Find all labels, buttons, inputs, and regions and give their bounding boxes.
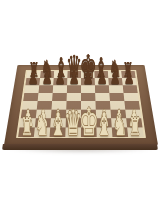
square-h3 xyxy=(125,110,141,119)
square-h5 xyxy=(124,93,139,101)
square-c1 xyxy=(50,127,66,137)
square-f7 xyxy=(95,78,109,85)
board-squares xyxy=(18,71,144,137)
square-f8 xyxy=(94,71,108,78)
square-c4 xyxy=(51,101,66,109)
board-front-edge xyxy=(2,144,158,150)
product-photo-scene: ♜♞♝♛♚♝♞♜♟♟♟♟♟♟♟♟♟♟♟♟♟♟♟♟♜♞♝♛♚♝♞♜ xyxy=(0,0,164,200)
square-d8 xyxy=(67,71,81,78)
square-b6 xyxy=(38,85,53,93)
square-h2 xyxy=(126,118,142,127)
square-h7 xyxy=(122,78,137,85)
square-f5 xyxy=(95,93,110,101)
square-f3 xyxy=(96,110,111,119)
square-c8 xyxy=(54,71,68,78)
square-c5 xyxy=(52,93,67,101)
square-c6 xyxy=(53,85,67,93)
square-e5 xyxy=(81,93,95,101)
square-d4 xyxy=(66,101,81,109)
square-e3 xyxy=(81,110,96,119)
square-e2 xyxy=(81,118,96,127)
square-f1 xyxy=(96,127,112,137)
square-g4 xyxy=(110,101,125,109)
square-g2 xyxy=(111,118,127,127)
square-b4 xyxy=(37,101,52,109)
square-a5 xyxy=(23,93,38,101)
square-b5 xyxy=(38,93,53,101)
square-h6 xyxy=(123,85,138,93)
square-a4 xyxy=(22,101,38,109)
square-f6 xyxy=(95,85,109,93)
chess-board xyxy=(4,65,158,145)
square-e8 xyxy=(81,71,95,78)
square-f4 xyxy=(95,101,110,109)
square-b3 xyxy=(36,110,52,119)
square-b2 xyxy=(35,118,51,127)
square-a1 xyxy=(18,127,35,137)
square-g3 xyxy=(111,110,127,119)
square-d5 xyxy=(67,93,81,101)
square-a2 xyxy=(19,118,35,127)
square-g6 xyxy=(109,85,124,93)
square-g8 xyxy=(108,71,122,78)
square-h8 xyxy=(121,71,135,78)
square-h4 xyxy=(124,101,140,109)
square-a3 xyxy=(21,110,37,119)
square-d7 xyxy=(67,78,81,85)
square-d3 xyxy=(66,110,81,119)
square-a6 xyxy=(24,85,39,93)
square-d1 xyxy=(65,127,81,137)
square-b1 xyxy=(34,127,50,137)
square-c3 xyxy=(51,110,66,119)
square-d6 xyxy=(67,85,81,93)
square-a7 xyxy=(25,78,40,85)
square-b7 xyxy=(39,78,53,85)
square-d2 xyxy=(66,118,81,127)
square-c2 xyxy=(50,118,66,127)
square-e6 xyxy=(81,85,95,93)
square-g1 xyxy=(112,127,128,137)
square-a8 xyxy=(26,71,40,78)
square-g5 xyxy=(109,93,124,101)
square-b8 xyxy=(40,71,54,78)
square-e1 xyxy=(81,127,97,137)
square-f2 xyxy=(96,118,112,127)
square-e4 xyxy=(81,101,96,109)
square-e7 xyxy=(81,78,95,85)
square-g7 xyxy=(108,78,122,85)
square-h1 xyxy=(127,127,144,137)
square-c7 xyxy=(53,78,67,85)
